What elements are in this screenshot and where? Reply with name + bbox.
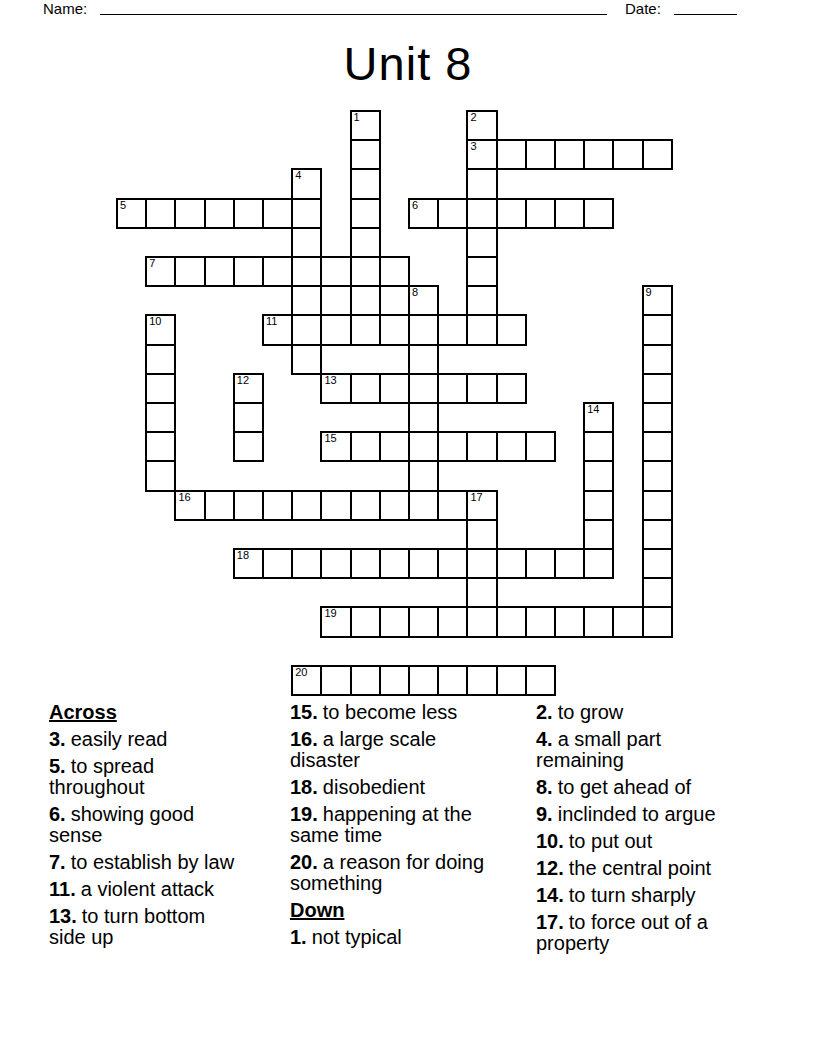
grid-cell-r1c12[interactable]: 3	[466, 139, 497, 170]
cell-number-19: 19	[324, 608, 336, 619]
grid-cell-r9c9[interactable]	[379, 373, 410, 404]
grid-cell-r2c8[interactable]	[350, 168, 381, 199]
grid-cell-r2c12[interactable]	[466, 168, 497, 199]
grid-cell-r17c12[interactable]	[466, 606, 497, 637]
grid-cell-r13c12[interactable]: 17	[466, 490, 497, 521]
grid-cell-r17c13[interactable]	[496, 606, 527, 637]
cell-number-6: 6	[412, 200, 418, 211]
clue-across-13: 13.to turn bottom side up	[49, 906, 245, 948]
grid-cell-r3c12[interactable]	[466, 198, 497, 229]
cell-number-20: 20	[295, 667, 307, 678]
clue-across-6: 6.showing good sense	[49, 804, 245, 846]
grid-cell-r11c13[interactable]	[496, 431, 527, 462]
clue-across-5: 5.to spread throughout	[49, 756, 245, 798]
grid-cell-r19c8[interactable]	[350, 665, 381, 696]
grid-cell-r6c18[interactable]: 9	[642, 285, 673, 316]
grid-cell-r5c5[interactable]	[262, 256, 293, 287]
grid-cell-r9c8[interactable]	[350, 373, 381, 404]
grid-cell-r12c16[interactable]	[583, 460, 614, 491]
grid-cell-r15c16[interactable]	[583, 548, 614, 579]
grid-cell-r9c7[interactable]: 13	[320, 373, 351, 404]
grid-cell-r15c5[interactable]	[262, 548, 293, 579]
clue-text: to put out	[569, 830, 652, 852]
clue-number: 1.	[290, 926, 307, 948]
clue-across-11: 11.a violent attack	[49, 879, 245, 900]
grid-cell-r15c7[interactable]	[320, 548, 351, 579]
clue-down-4: 4.a small part remaining	[536, 729, 741, 771]
cell-number-3: 3	[470, 141, 476, 152]
grid-cell-r19c11[interactable]	[437, 665, 468, 696]
clue-number: 4.	[536, 728, 553, 750]
grid-cell-r15c18[interactable]	[642, 548, 673, 579]
grid-cell-r5c7[interactable]	[320, 256, 351, 287]
grid-cell-r6c12[interactable]	[466, 285, 497, 316]
clue-number: 10.	[536, 830, 564, 852]
grid-cell-r17c15[interactable]	[554, 606, 585, 637]
grid-cell-r11c14[interactable]	[525, 431, 556, 462]
grid-cell-r3c5[interactable]	[262, 198, 293, 229]
across-header: Across	[49, 702, 245, 723]
grid-cell-r9c11[interactable]	[437, 373, 468, 404]
grid-cell-r8c1[interactable]	[145, 344, 176, 375]
clue-down-10: 10.to put out	[536, 831, 741, 852]
clue-down-12: 12.the central point	[536, 858, 741, 879]
grid-cell-r10c18[interactable]	[642, 402, 673, 433]
clue-down-8: 8.to get ahead of	[536, 777, 741, 798]
grid-cell-r13c9[interactable]	[379, 490, 410, 521]
clue-across-19: 19.happening at the same time	[290, 804, 502, 846]
grid-cell-r5c9[interactable]	[379, 256, 410, 287]
cell-number-11: 11	[266, 316, 277, 327]
grid-cell-r11c12[interactable]	[466, 431, 497, 462]
grid-cell-r7c5[interactable]: 11	[262, 314, 293, 345]
grid-cell-r17c17[interactable]	[612, 606, 643, 637]
grid-cell-r13c18[interactable]	[642, 490, 673, 521]
grid-cell-r5c4[interactable]	[233, 256, 264, 287]
grid-cell-r9c13[interactable]	[496, 373, 527, 404]
grid-cell-r0c8[interactable]: 1	[350, 110, 381, 141]
grid-cell-r15c4[interactable]: 18	[233, 548, 264, 579]
cell-number-7: 7	[149, 258, 155, 269]
grid-cell-r1c14[interactable]	[525, 139, 556, 170]
grid-cell-r3c1[interactable]	[145, 198, 176, 229]
clue-across-16: 16.a large scale disaster	[290, 729, 502, 771]
grid-cell-r13c11[interactable]	[437, 490, 468, 521]
grid-cell-r5c1[interactable]: 7	[145, 256, 176, 287]
grid-cell-r7c18[interactable]	[642, 314, 673, 345]
clue-down-1: 1.not typical	[290, 927, 502, 948]
grid-cell-r19c9[interactable]	[379, 665, 410, 696]
grid-cell-r11c9[interactable]	[379, 431, 410, 462]
grid-cell-r1c18[interactable]	[642, 139, 673, 170]
clue-down-9: 9.inclinded to argue	[536, 804, 741, 825]
grid-cell-r19c7[interactable]	[320, 665, 351, 696]
down-header: Down	[290, 900, 502, 921]
grid-cell-r11c11[interactable]	[437, 431, 468, 462]
clue-number: 5.	[49, 755, 66, 777]
clue-text: disobedient	[323, 776, 425, 798]
grid-cell-r1c15[interactable]	[554, 139, 585, 170]
grid-cell-r7c13[interactable]	[496, 314, 527, 345]
grid-cell-r7c9[interactable]	[379, 314, 410, 345]
grid-cell-r17c9[interactable]	[379, 606, 410, 637]
grid-cell-r6c6[interactable]	[291, 285, 322, 316]
clue-number: 20.	[290, 851, 318, 873]
grid-cell-r9c12[interactable]	[466, 373, 497, 404]
clue-across-7: 7.to establish by law	[49, 852, 245, 873]
clue-text: the central point	[569, 857, 711, 879]
cell-number-13: 13	[324, 375, 336, 386]
crossword-grid: 1234567891011121314151617181920	[117, 111, 674, 697]
grid-cell-r15c13[interactable]	[496, 548, 527, 579]
clue-number: 6.	[49, 803, 66, 825]
clue-across-20: 20.a reason for doing something	[290, 852, 502, 894]
grid-cell-r11c1[interactable]	[145, 431, 176, 462]
grid-cell-r13c2[interactable]: 16	[174, 490, 205, 521]
grid-cell-r13c7[interactable]	[320, 490, 351, 521]
clue-column-1: Across3.easily read5.to spread throughou…	[49, 702, 245, 954]
cell-number-12: 12	[237, 375, 249, 386]
grid-cell-r11c10[interactable]	[408, 431, 439, 462]
grid-cell-r19c13[interactable]	[496, 665, 527, 696]
clue-text: inclinded to argue	[558, 803, 716, 825]
page-title: Unit 8	[0, 39, 816, 88]
grid-cell-r1c8[interactable]	[350, 139, 381, 170]
grid-cell-r7c12[interactable]	[466, 314, 497, 345]
clue-number: 7.	[49, 851, 66, 873]
grid-cell-r11c18[interactable]	[642, 431, 673, 462]
cell-number-10: 10	[149, 316, 161, 327]
clue-down-14: 14.to turn sharply	[536, 885, 741, 906]
grid-cell-r19c6[interactable]: 20	[291, 665, 322, 696]
grid-cell-r14c18[interactable]	[642, 519, 673, 550]
clue-number: 2.	[536, 701, 553, 723]
grid-cell-r1c16[interactable]	[583, 139, 614, 170]
cell-number-8: 8	[412, 287, 418, 298]
grid-cell-r10c1[interactable]	[145, 402, 176, 433]
clue-text: a small part remaining	[536, 728, 661, 771]
grid-cell-r17c14[interactable]	[525, 606, 556, 637]
grid-cell-r3c4[interactable]	[233, 198, 264, 229]
grid-cell-r3c3[interactable]	[204, 198, 235, 229]
grid-cell-r5c12[interactable]	[466, 256, 497, 287]
cell-number-5: 5	[120, 200, 126, 211]
cell-number-14: 14	[587, 404, 599, 415]
grid-cell-r8c18[interactable]	[642, 344, 673, 375]
grid-cell-r12c10[interactable]	[408, 460, 439, 491]
grid-cell-r15c12[interactable]	[466, 548, 497, 579]
grid-cell-r12c18[interactable]	[642, 460, 673, 491]
clue-text: to become less	[323, 701, 458, 723]
grid-cell-r15c15[interactable]	[554, 548, 585, 579]
clue-text: easily read	[71, 728, 168, 750]
grid-cell-r7c11[interactable]	[437, 314, 468, 345]
grid-cell-r4c6[interactable]	[291, 227, 322, 258]
grid-cell-r17c8[interactable]	[350, 606, 381, 637]
grid-cell-r13c8[interactable]	[350, 490, 381, 521]
name-label: Name:	[43, 1, 87, 17]
grid-cell-r8c10[interactable]	[408, 344, 439, 375]
grid-cell-r13c5[interactable]	[262, 490, 293, 521]
cell-number-9: 9	[646, 287, 652, 298]
cell-number-15: 15	[324, 433, 336, 444]
grid-cell-r11c7[interactable]: 15	[320, 431, 351, 462]
grid-cell-r15c8[interactable]	[350, 548, 381, 579]
grid-cell-r1c13[interactable]	[496, 139, 527, 170]
grid-cell-r13c3[interactable]	[204, 490, 235, 521]
grid-cell-r3c2[interactable]	[174, 198, 205, 229]
grid-cell-r1c17[interactable]	[612, 139, 643, 170]
clue-number: 17.	[536, 911, 564, 933]
grid-cell-r17c10[interactable]	[408, 606, 439, 637]
grid-cell-r19c14[interactable]	[525, 665, 556, 696]
clue-number: 19.	[290, 803, 318, 825]
grid-cell-r13c16[interactable]	[583, 490, 614, 521]
grid-cell-r8c6[interactable]	[291, 344, 322, 375]
grid-cell-r4c8[interactable]	[350, 227, 381, 258]
clue-down-17: 17.to force out of a property	[536, 912, 741, 954]
clue-across-3: 3.easily read	[49, 729, 245, 750]
grid-cell-r6c8[interactable]	[350, 285, 381, 316]
grid-cell-r3c8[interactable]	[350, 198, 381, 229]
clue-number: 9.	[536, 803, 553, 825]
grid-cell-r6c10[interactable]: 8	[408, 285, 439, 316]
clue-text: to grow	[558, 701, 624, 723]
grid-cell-r14c16[interactable]	[583, 519, 614, 550]
cell-number-2: 2	[470, 112, 476, 123]
grid-cell-r9c4[interactable]: 12	[233, 373, 264, 404]
grid-cell-r17c16[interactable]	[583, 606, 614, 637]
cell-number-16: 16	[178, 492, 190, 503]
grid-cell-r15c11[interactable]	[437, 548, 468, 579]
clue-text: to get ahead of	[558, 776, 691, 798]
grid-cell-r15c10[interactable]	[408, 548, 439, 579]
grid-cell-r5c3[interactable]	[204, 256, 235, 287]
grid-cell-r7c7[interactable]	[320, 314, 351, 345]
clue-across-18: 18.disobedient	[290, 777, 502, 798]
grid-cell-r11c16[interactable]	[583, 431, 614, 462]
grid-cell-r3c14[interactable]	[525, 198, 556, 229]
grid-cell-r16c12[interactable]	[466, 577, 497, 608]
clue-text: to turn sharply	[569, 884, 696, 906]
clue-number: 16.	[290, 728, 318, 750]
grid-cell-r19c12[interactable]	[466, 665, 497, 696]
clue-text: a violent attack	[81, 878, 214, 900]
clue-text: not typical	[312, 926, 402, 948]
grid-cell-r5c2[interactable]	[174, 256, 205, 287]
grid-cell-r7c1[interactable]: 10	[145, 314, 176, 345]
clue-number: 8.	[536, 776, 553, 798]
grid-cell-r7c6[interactable]	[291, 314, 322, 345]
grid-cell-r5c6[interactable]	[291, 256, 322, 287]
grid-cell-r0c12[interactable]: 2	[466, 110, 497, 141]
grid-cell-r17c18[interactable]	[642, 606, 673, 637]
grid-cell-r13c6[interactable]	[291, 490, 322, 521]
grid-cell-r17c7[interactable]: 19	[320, 606, 351, 637]
grid-cell-r9c1[interactable]	[145, 373, 176, 404]
grid-cell-r3c16[interactable]	[583, 198, 614, 229]
grid-cell-r5c8[interactable]	[350, 256, 381, 287]
worksheet-page: Name: Date: Unit 8 123456789101112131415…	[0, 0, 816, 1056]
grid-cell-r11c8[interactable]	[350, 431, 381, 462]
clue-number: 13.	[49, 905, 77, 927]
name-line	[100, 14, 607, 15]
grid-cell-r11c4[interactable]	[233, 431, 264, 462]
grid-cell-r2c6[interactable]: 4	[291, 168, 322, 199]
cell-number-18: 18	[237, 550, 249, 561]
grid-cell-r16c18[interactable]	[642, 577, 673, 608]
grid-cell-r9c18[interactable]	[642, 373, 673, 404]
grid-cell-r13c10[interactable]	[408, 490, 439, 521]
grid-cell-r15c14[interactable]	[525, 548, 556, 579]
grid-cell-r3c6[interactable]	[291, 198, 322, 229]
grid-cell-r3c13[interactable]	[496, 198, 527, 229]
clue-down-2: 2.to grow	[536, 702, 741, 723]
grid-cell-r9c10[interactable]	[408, 373, 439, 404]
grid-cell-r19c10[interactable]	[408, 665, 439, 696]
grid-cell-r3c15[interactable]	[554, 198, 585, 229]
cell-number-17: 17	[470, 492, 482, 503]
clue-text: showing good sense	[49, 803, 194, 846]
grid-cell-r10c10[interactable]	[408, 402, 439, 433]
clue-column-3: 2.to grow4.a small part remaining8.to ge…	[536, 702, 741, 960]
clue-number: 12.	[536, 857, 564, 879]
clue-text: a reason for doing something	[290, 851, 484, 894]
grid-cell-r15c6[interactable]	[291, 548, 322, 579]
clue-across-15: 15.to become less	[290, 702, 502, 723]
clue-number: 18.	[290, 776, 318, 798]
clue-column-2: 15.to become less16.a large scale disast…	[290, 702, 502, 954]
grid-cell-r13c4[interactable]	[233, 490, 264, 521]
clue-number: 11.	[49, 878, 76, 900]
grid-cell-r3c11[interactable]	[437, 198, 468, 229]
date-label: Date:	[625, 1, 661, 17]
grid-cell-r3c10[interactable]: 6	[408, 198, 439, 229]
grid-cell-r15c9[interactable]	[379, 548, 410, 579]
grid-cell-r7c10[interactable]	[408, 314, 439, 345]
grid-cell-r7c8[interactable]	[350, 314, 381, 345]
grid-cell-r4c12[interactable]	[466, 227, 497, 258]
clue-number: 14.	[536, 884, 564, 906]
grid-cell-r3c0[interactable]: 5	[116, 198, 147, 229]
grid-cell-r10c4[interactable]	[233, 402, 264, 433]
cell-number-1: 1	[354, 112, 360, 123]
clue-text: to establish by law	[71, 851, 234, 873]
grid-cell-r12c1[interactable]	[145, 460, 176, 491]
clue-number: 3.	[49, 728, 66, 750]
grid-cell-r14c12[interactable]	[466, 519, 497, 550]
grid-cell-r17c11[interactable]	[437, 606, 468, 637]
clue-number: 15.	[290, 701, 318, 723]
grid-cell-r10c16[interactable]: 14	[583, 402, 614, 433]
cell-number-4: 4	[295, 170, 301, 181]
date-line	[674, 14, 737, 15]
